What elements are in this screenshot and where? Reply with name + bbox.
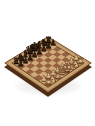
chess-set-product-photo[interactable]: ♜♞♝♛♚♝♞♜♟♟♟♟♟♟♟♟♟♟♟♟♟♟♟♟♜♞♝♛♚♝♞♜	[0, 0, 95, 126]
scene: ♜♞♝♛♚♝♞♜♟♟♟♟♟♟♟♟♟♟♟♟♟♟♟♟♜♞♝♛♚♝♞♜	[0, 0, 95, 126]
